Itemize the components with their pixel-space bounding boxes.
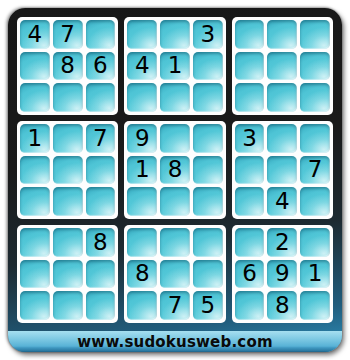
cell-r4c1[interactable]: 1 bbox=[20, 124, 50, 153]
sudoku-board: 478634117918374887526918 bbox=[8, 8, 342, 331]
cell-r6c2[interactable] bbox=[53, 187, 83, 216]
cell-r4c9[interactable] bbox=[300, 124, 330, 153]
cell-r4c5[interactable] bbox=[160, 124, 190, 153]
cell-r5c9[interactable]: 7 bbox=[300, 156, 330, 185]
block-r1c1: 4786 bbox=[17, 17, 118, 115]
cell-r5c6[interactable] bbox=[193, 156, 223, 185]
cell-r4c7[interactable]: 3 bbox=[235, 124, 265, 153]
cell-r3c8[interactable] bbox=[267, 83, 297, 112]
cell-r2c2[interactable]: 8 bbox=[53, 52, 83, 81]
cell-r5c7[interactable] bbox=[235, 156, 265, 185]
cell-r5c5[interactable]: 8 bbox=[160, 156, 190, 185]
cell-r8c5[interactable] bbox=[160, 260, 190, 289]
cell-r6c7[interactable] bbox=[235, 187, 265, 216]
cell-r6c9[interactable] bbox=[300, 187, 330, 216]
cell-r7c5[interactable] bbox=[160, 228, 190, 257]
cell-r9c2[interactable] bbox=[53, 291, 83, 320]
cell-r8c2[interactable] bbox=[53, 260, 83, 289]
block-r2c1: 17 bbox=[17, 121, 118, 219]
cell-r1c2[interactable]: 7 bbox=[53, 20, 83, 49]
cell-r9c4[interactable] bbox=[127, 291, 157, 320]
cell-r7c7[interactable] bbox=[235, 228, 265, 257]
cell-r2c8[interactable] bbox=[267, 52, 297, 81]
cell-r2c3[interactable]: 6 bbox=[86, 52, 116, 81]
cell-r1c5[interactable] bbox=[160, 20, 190, 49]
cell-r6c5[interactable] bbox=[160, 187, 190, 216]
cell-r6c3[interactable] bbox=[86, 187, 116, 216]
cell-r8c9[interactable]: 1 bbox=[300, 260, 330, 289]
site-url: www.sudokusweb.com bbox=[77, 333, 272, 351]
cell-r5c4[interactable]: 1 bbox=[127, 156, 157, 185]
cell-r9c7[interactable] bbox=[235, 291, 265, 320]
cell-r1c1[interactable]: 4 bbox=[20, 20, 50, 49]
cell-r6c8[interactable]: 4 bbox=[267, 187, 297, 216]
sudoku-panel: 478634117918374887526918 www.sudokusweb.… bbox=[8, 8, 342, 352]
block-r2c3: 374 bbox=[232, 121, 333, 219]
cell-r5c2[interactable] bbox=[53, 156, 83, 185]
block-r3c1: 8 bbox=[17, 225, 118, 323]
cell-r3c2[interactable] bbox=[53, 83, 83, 112]
cell-r9c3[interactable] bbox=[86, 291, 116, 320]
cell-r9c1[interactable] bbox=[20, 291, 50, 320]
cell-r3c4[interactable] bbox=[127, 83, 157, 112]
cell-r1c6[interactable]: 3 bbox=[193, 20, 223, 49]
cell-r1c8[interactable] bbox=[267, 20, 297, 49]
cell-r2c6[interactable] bbox=[193, 52, 223, 81]
cell-r2c1[interactable] bbox=[20, 52, 50, 81]
cell-r6c6[interactable] bbox=[193, 187, 223, 216]
cell-r2c9[interactable] bbox=[300, 52, 330, 81]
cell-r8c4[interactable]: 8 bbox=[127, 260, 157, 289]
cell-r4c8[interactable] bbox=[267, 124, 297, 153]
cell-r9c6[interactable]: 5 bbox=[193, 291, 223, 320]
cell-r7c1[interactable] bbox=[20, 228, 50, 257]
cell-r7c6[interactable] bbox=[193, 228, 223, 257]
cell-r5c8[interactable] bbox=[267, 156, 297, 185]
cell-r4c2[interactable] bbox=[53, 124, 83, 153]
cell-r2c7[interactable] bbox=[235, 52, 265, 81]
cell-r1c7[interactable] bbox=[235, 20, 265, 49]
cell-r3c1[interactable] bbox=[20, 83, 50, 112]
cell-r4c3[interactable]: 7 bbox=[86, 124, 116, 153]
cell-r9c5[interactable]: 7 bbox=[160, 291, 190, 320]
cell-r1c3[interactable] bbox=[86, 20, 116, 49]
cell-r7c9[interactable] bbox=[300, 228, 330, 257]
cell-r4c6[interactable] bbox=[193, 124, 223, 153]
cell-r3c6[interactable] bbox=[193, 83, 223, 112]
cell-r8c1[interactable] bbox=[20, 260, 50, 289]
cell-r3c7[interactable] bbox=[235, 83, 265, 112]
cell-r3c5[interactable] bbox=[160, 83, 190, 112]
block-r3c2: 875 bbox=[124, 225, 225, 323]
block-r1c2: 341 bbox=[124, 17, 225, 115]
cell-r8c3[interactable] bbox=[86, 260, 116, 289]
cell-r9c9[interactable] bbox=[300, 291, 330, 320]
cell-r8c6[interactable] bbox=[193, 260, 223, 289]
block-r1c3 bbox=[232, 17, 333, 115]
cell-r2c5[interactable]: 1 bbox=[160, 52, 190, 81]
cell-r5c3[interactable] bbox=[86, 156, 116, 185]
cell-r1c4[interactable] bbox=[127, 20, 157, 49]
cell-r1c9[interactable] bbox=[300, 20, 330, 49]
block-r2c2: 918 bbox=[124, 121, 225, 219]
cell-r7c4[interactable] bbox=[127, 228, 157, 257]
cell-r7c8[interactable]: 2 bbox=[267, 228, 297, 257]
cell-r8c7[interactable]: 6 bbox=[235, 260, 265, 289]
cell-r6c4[interactable] bbox=[127, 187, 157, 216]
cell-r8c8[interactable]: 9 bbox=[267, 260, 297, 289]
cell-r5c1[interactable] bbox=[20, 156, 50, 185]
cell-r3c9[interactable] bbox=[300, 83, 330, 112]
cell-r3c3[interactable] bbox=[86, 83, 116, 112]
cell-r7c2[interactable] bbox=[53, 228, 83, 257]
cell-r2c4[interactable]: 4 bbox=[127, 52, 157, 81]
cell-r6c1[interactable] bbox=[20, 187, 50, 216]
block-r3c3: 26918 bbox=[232, 225, 333, 323]
footer-bar: www.sudokusweb.com bbox=[8, 331, 342, 352]
cell-r9c8[interactable]: 8 bbox=[267, 291, 297, 320]
cell-r4c4[interactable]: 9 bbox=[127, 124, 157, 153]
cell-r7c3[interactable]: 8 bbox=[86, 228, 116, 257]
